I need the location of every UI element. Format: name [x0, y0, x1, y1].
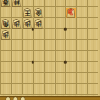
- piece-香-91[interactable]: 香: [1, 0, 10, 7]
- piece-kanji: 歩: [2, 32, 8, 38]
- piece-kanji: 桂: [13, 0, 19, 5]
- piece-kanji: 王: [24, 10, 30, 16]
- shogi-app-frame: 香桂王金竜角歩歩歩歩: [0, 0, 100, 100]
- piece-kanji: 歩: [24, 21, 30, 27]
- piece-kanji: 歩: [35, 21, 41, 27]
- piece-kanji: 金: [35, 10, 41, 16]
- piece-kanji: 歩: [13, 21, 19, 27]
- piece-kanji: 香: [2, 0, 8, 5]
- piece-桂-81[interactable]: 桂: [12, 0, 21, 7]
- piece-kanji: 角: [2, 21, 8, 27]
- shogi-board[interactable]: [0, 0, 98, 95]
- piece-kanji: 竜: [68, 10, 74, 16]
